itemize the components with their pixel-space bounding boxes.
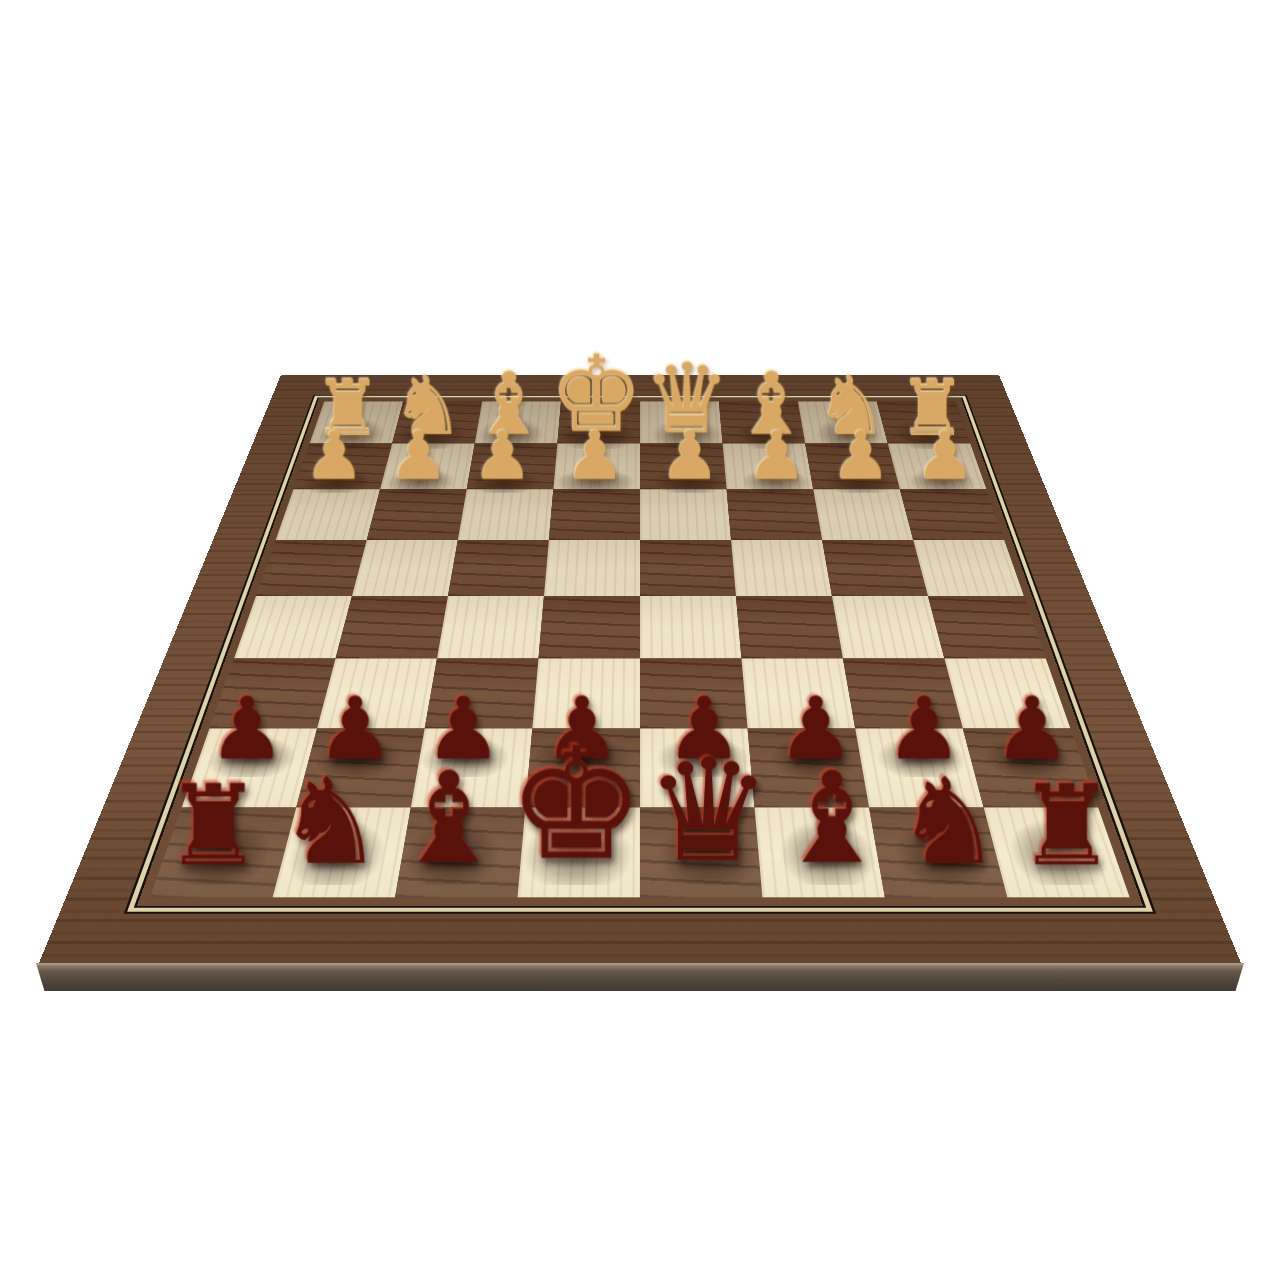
piece-cell-d5	[535, 544, 644, 595]
pinstripe-outer-black: ♜♞♝♚♛♝♞♜♟♟♟♟♟♟♟♟♟♟♟♟♟♟♟♟♜♞♝♚♛♝♞♜	[124, 395, 1156, 914]
walnut-margin: ♜♞♝♚♛♝♞♜♟♟♟♟♟♟♟♟♟♟♟♟♟♟♟♟♜♞♝♚♛♝♞♜	[137, 398, 1143, 905]
piece-red-bishop[interactable]: ♝	[392, 755, 505, 881]
piece-cell-e1: ♛	[645, 785, 774, 897]
piece-cell-b7: ♟	[375, 455, 467, 498]
piece-cell-f5	[740, 544, 838, 595]
piece-cell-e6	[644, 497, 740, 544]
piece-cell-h6	[905, 497, 1006, 544]
piece-cell-f6	[736, 497, 829, 544]
piece-gold-pawn[interactable]: ♟	[389, 422, 449, 489]
piece-cell-b6	[363, 497, 460, 544]
piece-cell-h5	[917, 544, 1024, 595]
piece-gold-pawn[interactable]: ♟	[747, 422, 807, 489]
piece-red-knight[interactable]: ♞	[896, 763, 1003, 882]
chess-set-photo: ♜♞♝♚♛♝♞♜♟♟♟♟♟♟♟♟♟♟♟♟♟♟♟♟♜♞♝♚♛♝♞♜	[0, 0, 1280, 1280]
piece-red-bishop[interactable]: ♝	[775, 755, 888, 881]
piece-gold-pawn[interactable]: ♟	[565, 422, 625, 489]
piece-cell-d7: ♟	[544, 455, 644, 498]
piece-cell-d6	[540, 497, 644, 544]
piece-gold-pawn[interactable]: ♟	[915, 422, 975, 489]
piece-cell-e4	[644, 595, 750, 652]
piece-cell-b1: ♞	[269, 785, 408, 897]
piece-cell-a4	[236, 595, 349, 652]
piece-cell-g7: ♟	[813, 455, 905, 498]
piece-cell-f7: ♟	[731, 455, 820, 498]
piece-red-king[interactable]: ♚	[507, 727, 645, 881]
pinstripe-inner-black: ♜♞♝♚♛♝♞♜♟♟♟♟♟♟♟♟♟♟♟♟♟♟♟♟♜♞♝♚♛♝♞♜	[134, 397, 1147, 907]
playing-area: ♜♞♝♚♛♝♞♜♟♟♟♟♟♟♟♟♟♟♟♟♟♟♟♟♜♞♝♚♛♝♞♜	[150, 402, 1130, 898]
piece-cell-c4	[432, 595, 535, 652]
piece-cell-b4	[334, 595, 442, 652]
piece-cell-h4	[931, 595, 1044, 652]
chess-board: ♜♞♝♚♛♝♞♜♟♟♟♟♟♟♟♟♟♟♟♟♟♟♟♟♜♞♝♚♛♝♞♜	[37, 375, 1242, 967]
piece-red-pawn[interactable]: ♟	[209, 685, 286, 771]
pinstripe-cream: ♜♞♝♚♛♝♞♜♟♟♟♟♟♟♟♟♟♟♟♟♟♟♟♟♜♞♝♚♛♝♞♜	[127, 396, 1153, 912]
piece-red-rook[interactable]: ♜	[164, 770, 264, 881]
piece-cell-d1: ♚	[506, 785, 646, 897]
piece-cell-f4	[745, 595, 848, 652]
piece-cell-c1: ♝	[387, 785, 517, 897]
piece-red-knight[interactable]: ♞	[278, 763, 385, 882]
board-front-edge	[36, 963, 1244, 991]
piece-red-pawn[interactable]: ♟	[994, 685, 1071, 771]
piece-gold-pawn[interactable]: ♟	[473, 422, 533, 489]
piece-cell-c7: ♟	[460, 455, 549, 498]
piece-gold-pawn[interactable]: ♟	[831, 422, 891, 489]
piece-cell-c6	[451, 497, 544, 544]
piece-cell-g6	[820, 497, 917, 544]
piece-cell-a7: ♟	[290, 455, 386, 498]
piece-cell-b5	[349, 544, 451, 595]
piece-cell-c5	[442, 544, 540, 595]
piece-cell-g5	[829, 544, 931, 595]
piece-cell-f1: ♝	[763, 785, 893, 897]
piece-red-queen[interactable]: ♛	[646, 740, 773, 882]
piece-cell-e7: ♟	[644, 455, 736, 498]
piece-cell-h7: ♟	[894, 455, 990, 498]
piece-cell-g4	[838, 595, 946, 652]
piece-gold-pawn[interactable]: ♟	[305, 422, 365, 489]
board-pieces: ♜♞♝♚♛♝♞♜♟♟♟♟♟♟♟♟♟♟♟♟♟♟♟♟♜♞♝♚♛♝♞♜	[150, 401, 1130, 897]
piece-gold-pawn[interactable]: ♟	[659, 422, 719, 489]
piece-cell-e5	[644, 544, 745, 595]
piece-cell-a5	[256, 544, 363, 595]
piece-cell-g1: ♞	[872, 785, 1011, 897]
piece-cell-d4	[530, 595, 645, 652]
piece-red-rook[interactable]: ♜	[1017, 770, 1117, 881]
board-frame: ♜♞♝♚♛♝♞♜♟♟♟♟♟♟♟♟♟♟♟♟♟♟♟♟♜♞♝♚♛♝♞♜	[37, 375, 1242, 967]
piece-cell-a6	[274, 497, 375, 544]
